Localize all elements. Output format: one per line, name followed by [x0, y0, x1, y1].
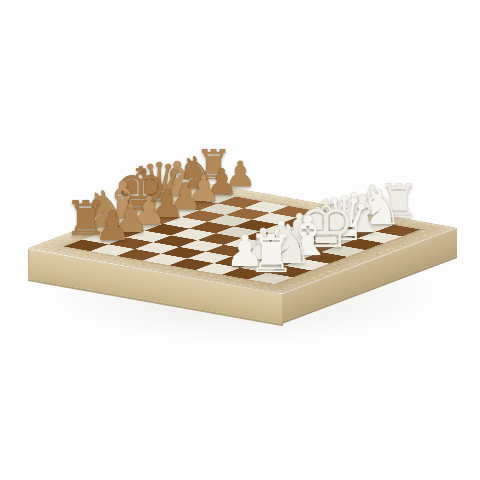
brown-rook-a8: ♜ — [169, 145, 259, 186]
product-photo-scene: ♜♟♞♟♝♟♛♟♚♟♟♜♝♟♟♞♞♟♟♝♜♟♟♛♟♚♟♝♟♞♟♜ — [0, 0, 480, 480]
